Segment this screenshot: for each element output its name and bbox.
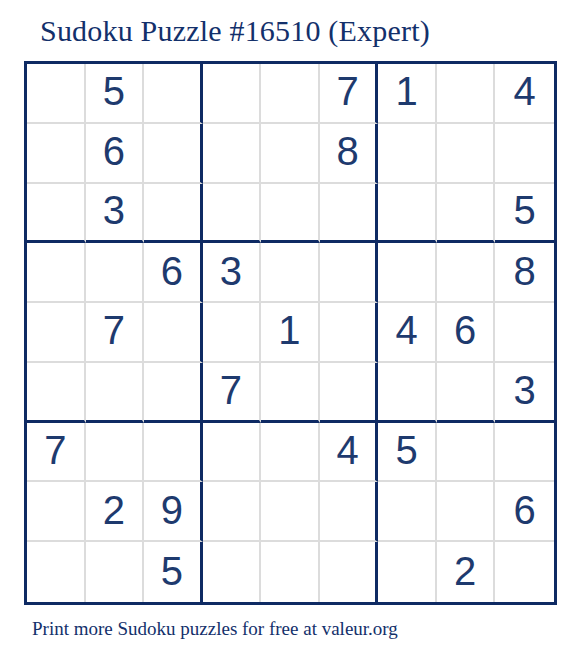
sudoku-cell-r3c7 (378, 184, 437, 244)
sudoku-cell-r7c1: 7 (27, 423, 86, 483)
sudoku-cell-r4c8 (437, 243, 496, 303)
sudoku-cell-r8c7 (378, 482, 437, 542)
sudoku-cell-r7c3 (144, 423, 203, 483)
sudoku-cell-r9c9 (495, 542, 554, 602)
sudoku-cell-r6c4: 7 (203, 363, 262, 423)
sudoku-cell-r1c8 (437, 64, 496, 124)
sudoku-cell-r2c8 (437, 124, 496, 184)
sudoku-cell-r7c6: 4 (320, 423, 379, 483)
sudoku-cell-r4c3: 6 (144, 243, 203, 303)
sudoku-cell-r1c3 (144, 64, 203, 124)
sudoku-cell-r9c6 (320, 542, 379, 602)
sudoku-cell-r1c5 (261, 64, 320, 124)
sudoku-cell-r1c1 (27, 64, 86, 124)
sudoku-cell-r6c3 (144, 363, 203, 423)
sudoku-cell-r8c1 (27, 482, 86, 542)
sudoku-cell-r9c7 (378, 542, 437, 602)
sudoku-cell-r8c4 (203, 482, 262, 542)
sudoku-cell-r8c8 (437, 482, 496, 542)
sudoku-cell-r6c7 (378, 363, 437, 423)
sudoku-cell-r9c5 (261, 542, 320, 602)
sudoku-cell-r4c5 (261, 243, 320, 303)
sudoku-cell-r3c6 (320, 184, 379, 244)
sudoku-cell-r1c4 (203, 64, 262, 124)
sudoku-cell-r4c6 (320, 243, 379, 303)
sudoku-cell-r8c5 (261, 482, 320, 542)
sudoku-cell-r6c8 (437, 363, 496, 423)
sudoku-print-page: Sudoku Puzzle #16510 (Expert) 5714683563… (0, 14, 580, 640)
sudoku-cell-r4c1 (27, 243, 86, 303)
sudoku-cell-r3c8 (437, 184, 496, 244)
sudoku-cell-r1c6: 7 (320, 64, 379, 124)
sudoku-cell-r4c2 (86, 243, 145, 303)
sudoku-cell-r2c4 (203, 124, 262, 184)
sudoku-cell-r9c3: 5 (144, 542, 203, 602)
sudoku-cell-r6c6 (320, 363, 379, 423)
sudoku-cell-r1c9: 4 (495, 64, 554, 124)
sudoku-cell-r7c9 (495, 423, 554, 483)
sudoku-cell-r5c2: 7 (86, 303, 145, 363)
sudoku-cell-r8c6 (320, 482, 379, 542)
sudoku-cell-r7c8 (437, 423, 496, 483)
sudoku-cell-r4c4: 3 (203, 243, 262, 303)
sudoku-cell-r7c7: 5 (378, 423, 437, 483)
sudoku-cell-r2c6: 8 (320, 124, 379, 184)
page-title: Sudoku Puzzle #16510 (Expert) (40, 14, 580, 48)
sudoku-cell-r2c3 (144, 124, 203, 184)
sudoku-cell-r9c4 (203, 542, 262, 602)
sudoku-cell-r8c3: 9 (144, 482, 203, 542)
sudoku-cell-r6c5 (261, 363, 320, 423)
sudoku-cell-r5c8: 6 (437, 303, 496, 363)
sudoku-cell-r5c3 (144, 303, 203, 363)
sudoku-cell-r3c9: 5 (495, 184, 554, 244)
sudoku-cell-r8c2: 2 (86, 482, 145, 542)
sudoku-cell-r5c5: 1 (261, 303, 320, 363)
footer-text: Print more Sudoku puzzles for free at va… (32, 618, 580, 640)
sudoku-cell-r2c2: 6 (86, 124, 145, 184)
sudoku-cell-r5c1 (27, 303, 86, 363)
sudoku-cell-r5c6 (320, 303, 379, 363)
sudoku-cell-r5c9 (495, 303, 554, 363)
sudoku-cell-r2c7 (378, 124, 437, 184)
sudoku-cell-r3c5 (261, 184, 320, 244)
sudoku-cell-r3c4 (203, 184, 262, 244)
sudoku-cell-r3c1 (27, 184, 86, 244)
sudoku-cell-r1c7: 1 (378, 64, 437, 124)
sudoku-cell-r6c2 (86, 363, 145, 423)
sudoku-cell-r2c5 (261, 124, 320, 184)
sudoku-cell-r2c9 (495, 124, 554, 184)
sudoku-cell-r5c4 (203, 303, 262, 363)
sudoku-cell-r6c1 (27, 363, 86, 423)
sudoku-board: 5714683563871467374529652 (24, 61, 557, 605)
sudoku-cell-r2c1 (27, 124, 86, 184)
sudoku-cell-r7c5 (261, 423, 320, 483)
sudoku-cell-r9c1 (27, 542, 86, 602)
sudoku-cell-r3c2: 3 (86, 184, 145, 244)
sudoku-cell-r3c3 (144, 184, 203, 244)
sudoku-cell-r4c7 (378, 243, 437, 303)
sudoku-cell-r5c7: 4 (378, 303, 437, 363)
sudoku-cell-r6c9: 3 (495, 363, 554, 423)
sudoku-cell-r7c4 (203, 423, 262, 483)
sudoku-cell-r8c9: 6 (495, 482, 554, 542)
sudoku-cell-r7c2 (86, 423, 145, 483)
sudoku-cell-r9c2 (86, 542, 145, 602)
sudoku-cell-r4c9: 8 (495, 243, 554, 303)
sudoku-cell-r9c8: 2 (437, 542, 496, 602)
sudoku-cell-r1c2: 5 (86, 64, 145, 124)
